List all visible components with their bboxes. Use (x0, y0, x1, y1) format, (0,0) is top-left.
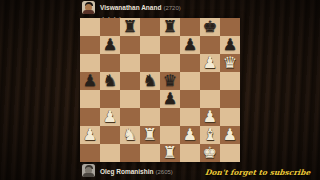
piece-white-pawn: ♟ (220, 125, 240, 143)
square-b3[interactable]: ♟ (100, 108, 120, 126)
square-e3[interactable] (160, 108, 180, 126)
square-e6[interactable] (160, 54, 180, 72)
square-g5[interactable] (200, 72, 220, 90)
piece-white-rook: ♜ (140, 125, 160, 143)
square-h7[interactable]: ♟ (220, 36, 240, 54)
square-h4[interactable] (220, 90, 240, 108)
piece-white-pawn: ♟ (180, 125, 200, 143)
square-c6[interactable] (120, 54, 140, 72)
piece-black-knight: ♞ (140, 71, 160, 89)
piece-black-pawn: ♟ (80, 71, 100, 89)
square-a8[interactable] (80, 18, 100, 36)
bottom-player-avatar (82, 164, 95, 177)
piece-black-rook: ♜ (120, 17, 140, 35)
square-b7[interactable]: ♟ (100, 36, 120, 54)
piece-white-king: ♚ (200, 143, 220, 161)
top-player-name: Viswanathan Anand (100, 4, 161, 11)
square-a6[interactable] (80, 54, 100, 72)
bottom-player-name: Oleg Romanishin (100, 168, 153, 175)
square-c3[interactable] (120, 108, 140, 126)
square-c1[interactable] (120, 144, 140, 162)
piece-black-pawn: ♟ (180, 35, 200, 53)
square-b4[interactable] (100, 90, 120, 108)
square-a1[interactable] (80, 144, 100, 162)
square-g4[interactable] (200, 90, 220, 108)
square-b8[interactable] (100, 18, 120, 36)
square-b6[interactable] (100, 54, 120, 72)
piece-black-knight: ♞ (100, 71, 120, 89)
square-a7[interactable] (80, 36, 100, 54)
square-a4[interactable] (80, 90, 100, 108)
square-d1[interactable] (140, 144, 160, 162)
square-d7[interactable] (140, 36, 160, 54)
square-b5[interactable]: ♞ (100, 72, 120, 90)
chess-board: ♜♜♚♟♟♟♟♛♟♞♞♛♟♟♟♟♞♜♟♝♟♜♚ (80, 18, 240, 162)
piece-white-bishop: ♝ (200, 125, 220, 143)
square-f6[interactable] (180, 54, 200, 72)
piece-white-pawn: ♟ (200, 107, 220, 125)
piece-white-pawn: ♟ (100, 107, 120, 125)
square-d5[interactable]: ♞ (140, 72, 160, 90)
square-c5[interactable] (120, 72, 140, 90)
piece-black-pawn: ♟ (220, 35, 240, 53)
square-c7[interactable] (120, 36, 140, 54)
square-c2[interactable]: ♞ (120, 126, 140, 144)
subscribe-caption: Don't forget to subscribe (204, 168, 310, 177)
square-d8[interactable] (140, 18, 160, 36)
square-g8[interactable]: ♚ (200, 18, 220, 36)
square-e1[interactable]: ♜ (160, 144, 180, 162)
square-f1[interactable] (180, 144, 200, 162)
piece-black-pawn: ♟ (100, 35, 120, 53)
top-player-avatar (82, 1, 95, 14)
piece-white-rook: ♜ (160, 143, 180, 161)
square-d4[interactable] (140, 90, 160, 108)
piece-white-queen: ♛ (220, 53, 240, 71)
square-e2[interactable] (160, 126, 180, 144)
square-e5[interactable]: ♛ (160, 72, 180, 90)
square-b1[interactable] (100, 144, 120, 162)
square-g3[interactable]: ♟ (200, 108, 220, 126)
square-h6[interactable]: ♛ (220, 54, 240, 72)
square-g6[interactable]: ♟ (200, 54, 220, 72)
square-g7[interactable] (200, 36, 220, 54)
square-h8[interactable] (220, 18, 240, 36)
square-a3[interactable] (80, 108, 100, 126)
piece-black-rook: ♜ (160, 17, 180, 35)
square-f8[interactable] (180, 18, 200, 36)
square-d2[interactable]: ♜ (140, 126, 160, 144)
square-g2[interactable]: ♝ (200, 126, 220, 144)
avatar-torso (83, 173, 94, 177)
square-a2[interactable]: ♟ (80, 126, 100, 144)
square-g1[interactable]: ♚ (200, 144, 220, 162)
piece-black-pawn: ♟ (160, 89, 180, 107)
piece-black-king: ♚ (200, 17, 220, 35)
square-e8[interactable]: ♜ (160, 18, 180, 36)
square-e4[interactable]: ♟ (160, 90, 180, 108)
top-player-rating: (2720) (163, 5, 180, 11)
square-h3[interactable] (220, 108, 240, 126)
square-a5[interactable]: ♟ (80, 72, 100, 90)
square-f4[interactable] (180, 90, 200, 108)
square-c8[interactable]: ♜ (120, 18, 140, 36)
bottom-player-rating: (2605) (155, 169, 172, 175)
piece-white-knight: ♞ (120, 125, 140, 143)
square-d6[interactable] (140, 54, 160, 72)
piece-white-pawn: ♟ (80, 125, 100, 143)
square-f5[interactable] (180, 72, 200, 90)
square-c4[interactable] (120, 90, 140, 108)
square-d3[interactable] (140, 108, 160, 126)
piece-black-queen: ♛ (160, 71, 180, 89)
piece-white-pawn: ♟ (200, 53, 220, 71)
square-h2[interactable]: ♟ (220, 126, 240, 144)
square-h1[interactable] (220, 144, 240, 162)
bottom-player-bar: Oleg Romanishin(2605) (82, 164, 173, 177)
avatar-torso (83, 10, 94, 14)
square-b2[interactable] (100, 126, 120, 144)
square-f3[interactable] (180, 108, 200, 126)
square-e7[interactable] (160, 36, 180, 54)
square-f2[interactable]: ♟ (180, 126, 200, 144)
square-f7[interactable]: ♟ (180, 36, 200, 54)
square-h5[interactable] (220, 72, 240, 90)
